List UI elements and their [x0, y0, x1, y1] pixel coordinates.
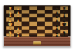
white-rook-icon: ♜ — [8, 34, 12, 38]
box-front-panel — [4, 36, 71, 46]
black-pawn-icon: ♟ — [55, 19, 58, 22]
photo-background: ♜♟♟♜♞♟♟♞♝♟♟♝♛♟♟♛♚♟♟♚♝♟♟♝♞♟♟♞♜♟♟♜ — [0, 0, 74, 49]
brass-latch-icon — [33, 41, 41, 44]
chess-box: ♜♟♟♜♞♟♟♞♝♟♟♝♛♟♟♛♚♟♟♚♝♟♟♝♞♟♟♞♜♟♟♜ — [4, 5, 71, 46]
white-pawn-icon: ♟ — [16, 19, 19, 22]
black-pawn-icon: ♟ — [55, 15, 58, 18]
black-pawn-icon: ♟ — [55, 35, 58, 38]
white-pawn-icon: ♟ — [16, 15, 19, 18]
board-frame: ♜♟♟♜♞♟♟♞♝♟♟♝♛♟♟♛♚♟♟♚♝♟♟♝♞♟♟♞♜♟♟♜ — [4, 5, 71, 36]
chess-board: ♜♟♟♜♞♟♟♞♝♟♟♝♛♟♟♛♚♟♟♚♝♟♟♝♞♟♟♞♜♟♟♜ — [6, 7, 68, 36]
white-pawn-icon: ♟ — [16, 35, 19, 38]
black-rook-icon: ♜ — [62, 34, 66, 38]
